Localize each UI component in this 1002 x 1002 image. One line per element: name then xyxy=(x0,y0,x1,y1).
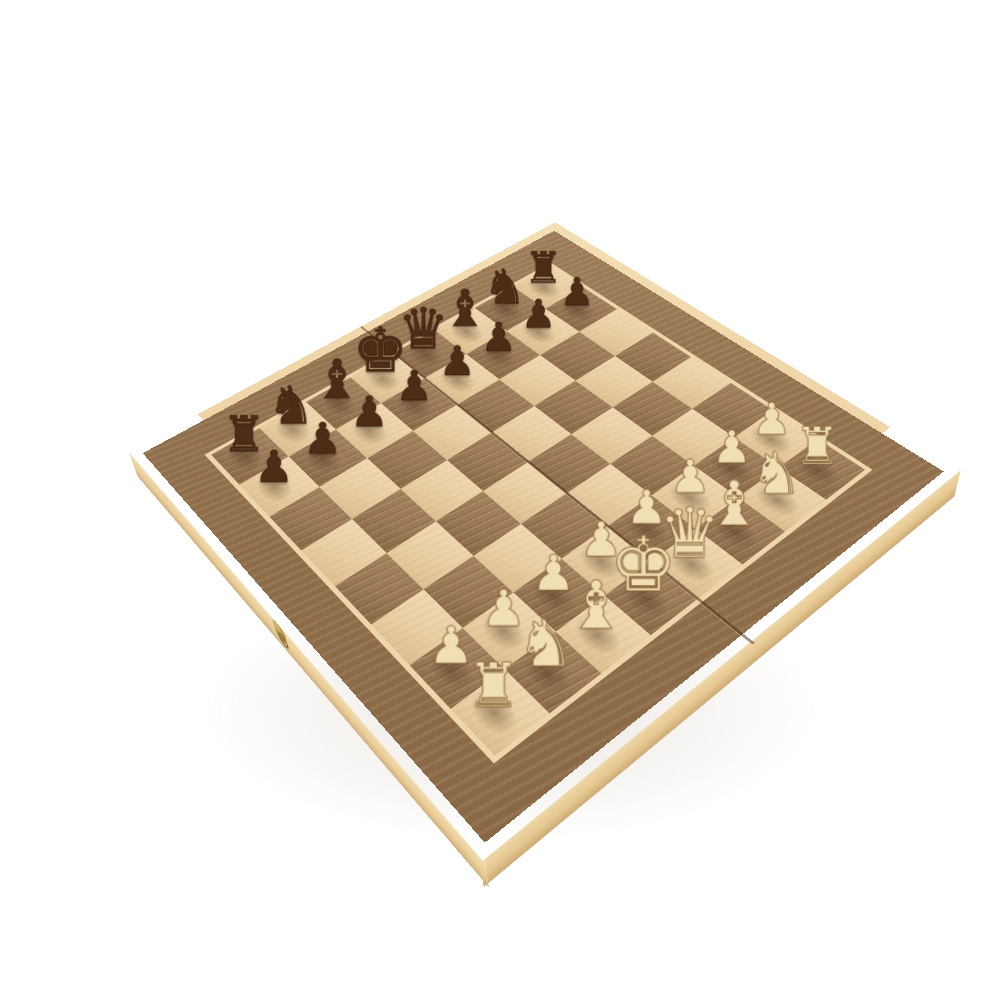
piece-black-pawn[interactable]: ♟ xyxy=(230,445,318,489)
square-h1[interactable]: ♜ xyxy=(451,669,550,755)
scene: ♜♟♟♜♞♟♟♞♝♟♟♝♛♟♟♛♚♟♟♚♝♟♟♝♞♟♟♞♜♟♟♜ xyxy=(0,0,1002,1002)
square-d5[interactable] xyxy=(492,406,572,462)
piece-white-rook[interactable]: ♜ xyxy=(433,655,555,716)
